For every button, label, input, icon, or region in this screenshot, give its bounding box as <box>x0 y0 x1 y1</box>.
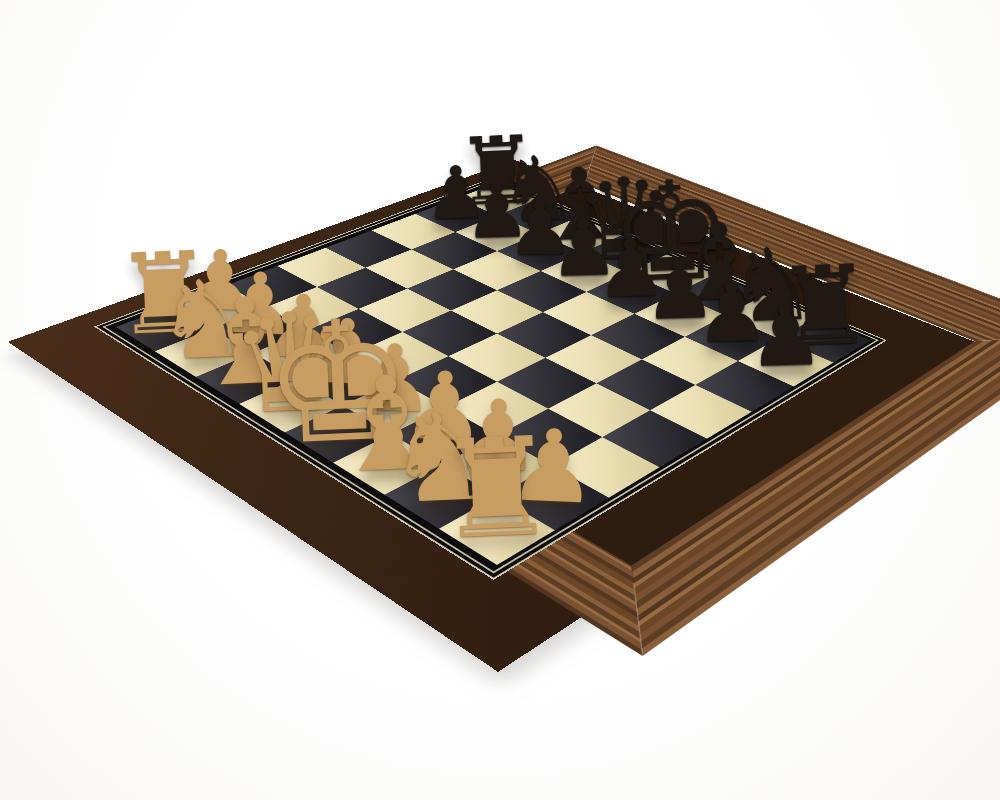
piece-black-pawn-h7[interactable]: ♟ <box>742 292 830 380</box>
photo-stage: ♜♟♞♟♝♟♛♟♚♟♝♟♟♞♜♟♟♜♞♟♟♝♟♛♟♚♟♝♟♞♟♜ <box>0 0 1000 800</box>
piece-white-rook-h1[interactable]: ♜ <box>427 419 568 560</box>
